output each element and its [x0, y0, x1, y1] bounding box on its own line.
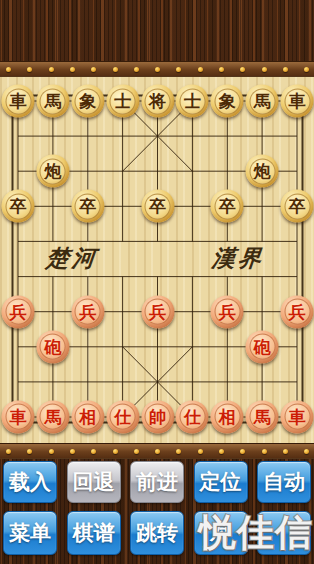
record-button[interactable]: 棋谱 — [67, 511, 121, 555]
piece-label: 砲 — [249, 334, 275, 360]
piece-r[interactable]: 車 — [281, 85, 314, 118]
gold-stud-icon — [176, 67, 181, 72]
gold-stud-icon — [304, 67, 309, 72]
gold-stud-icon — [262, 67, 267, 72]
piece-label: 車 — [5, 88, 31, 114]
piece-R[interactable]: 車 — [2, 400, 35, 433]
piece-N[interactable]: 馬 — [246, 400, 279, 433]
piece-n[interactable]: 馬 — [246, 85, 279, 118]
river-label-chu-he: 楚河 — [45, 245, 100, 271]
gold-stud-icon — [198, 67, 203, 72]
menu-button[interactable]: 菜单 — [3, 511, 57, 555]
gold-stud-icon — [113, 67, 118, 72]
river-label-han-jie: 漢界 — [211, 245, 266, 271]
piece-b[interactable]: 象 — [71, 85, 104, 118]
gold-stud-icon — [198, 449, 203, 454]
piece-P[interactable]: 兵 — [211, 295, 244, 328]
piece-B[interactable]: 相 — [71, 400, 104, 433]
gold-stud-icon — [304, 449, 309, 454]
piece-label: 兵 — [145, 299, 171, 325]
piece-label: 砲 — [40, 334, 66, 360]
piece-label: 士 — [179, 88, 205, 114]
gold-stud-icon — [6, 67, 11, 72]
piece-P[interactable]: 兵 — [141, 295, 174, 328]
piece-P[interactable]: 兵 — [281, 295, 314, 328]
watermark-text: 悦佳信 — [199, 508, 313, 558]
board-frame-bottom — [0, 443, 314, 459]
piece-label: 車 — [284, 404, 310, 430]
piece-label: 馬 — [40, 88, 66, 114]
piece-P[interactable]: 兵 — [71, 295, 104, 328]
piece-label: 車 — [284, 88, 310, 114]
gold-stud-icon — [155, 67, 160, 72]
gold-stud-icon — [27, 67, 32, 72]
piece-label: 車 — [5, 404, 31, 430]
piece-label: 象 — [214, 88, 240, 114]
piece-r[interactable]: 車 — [2, 85, 35, 118]
piece-C[interactable]: 砲 — [246, 330, 279, 363]
gold-stud-icon — [113, 449, 118, 454]
piece-label: 相 — [75, 404, 101, 430]
piece-p[interactable]: 卒 — [281, 190, 314, 223]
board-frame-top — [0, 61, 314, 77]
piece-label: 馬 — [249, 404, 275, 430]
piece-n[interactable]: 馬 — [36, 85, 69, 118]
piece-A[interactable]: 仕 — [106, 400, 139, 433]
load-button[interactable]: 载入 — [3, 461, 57, 503]
piece-K[interactable]: 帥 — [141, 400, 174, 433]
piece-label: 兵 — [75, 299, 101, 325]
piece-N[interactable]: 馬 — [36, 400, 69, 433]
toolbar-row-1: 载入回退前进定位自动 — [0, 461, 314, 503]
piece-label: 卒 — [145, 193, 171, 219]
piece-label: 仕 — [110, 404, 136, 430]
gold-stud-icon — [219, 67, 224, 72]
xiangqi-app: 楚河 漢界 車馬象士将士象馬車炮炮卒卒卒卒卒兵兵兵兵兵砲砲車馬相仕帥仕相馬車 载… — [0, 0, 314, 564]
gold-stud-icon — [134, 67, 139, 72]
piece-p[interactable]: 卒 — [141, 190, 174, 223]
gold-stud-icon — [283, 449, 288, 454]
undo-button[interactable]: 回退 — [67, 461, 121, 503]
piece-k[interactable]: 将 — [141, 85, 174, 118]
locate-button[interactable]: 定位 — [194, 461, 248, 503]
gold-stud-icon — [240, 449, 245, 454]
gold-stud-icon — [70, 67, 75, 72]
piece-label: 卒 — [75, 193, 101, 219]
jump-button[interactable]: 跳转 — [130, 511, 184, 555]
gold-stud-icon — [70, 449, 75, 454]
piece-a[interactable]: 士 — [106, 85, 139, 118]
gold-stud-icon — [176, 449, 181, 454]
gold-stud-icon — [49, 449, 54, 454]
piece-label: 兵 — [284, 299, 310, 325]
piece-label: 相 — [214, 404, 240, 430]
piece-P[interactable]: 兵 — [2, 295, 35, 328]
auto-button[interactable]: 自动 — [257, 461, 311, 503]
gold-stud-icon — [91, 67, 96, 72]
gold-stud-icon — [262, 449, 267, 454]
piece-label: 卒 — [214, 193, 240, 219]
piece-R[interactable]: 車 — [281, 400, 314, 433]
gold-stud-icon — [155, 449, 160, 454]
piece-label: 帥 — [145, 404, 171, 430]
piece-label: 象 — [75, 88, 101, 114]
piece-label: 将 — [145, 88, 171, 114]
piece-label: 兵 — [5, 299, 31, 325]
piece-label: 兵 — [214, 299, 240, 325]
piece-label: 馬 — [249, 88, 275, 114]
piece-label: 炮 — [40, 158, 66, 184]
piece-C[interactable]: 砲 — [36, 330, 69, 363]
piece-A[interactable]: 仕 — [176, 400, 209, 433]
gold-stud-icon — [283, 67, 288, 72]
piece-c[interactable]: 炮 — [36, 155, 69, 188]
piece-p[interactable]: 卒 — [211, 190, 244, 223]
gold-stud-icon — [6, 449, 11, 454]
piece-label: 仕 — [179, 404, 205, 430]
gold-stud-icon — [27, 449, 32, 454]
gold-stud-icon — [91, 449, 96, 454]
gold-stud-icon — [134, 449, 139, 454]
piece-a[interactable]: 士 — [176, 85, 209, 118]
piece-c[interactable]: 炮 — [246, 155, 279, 188]
piece-label: 炮 — [249, 158, 275, 184]
gold-stud-icon — [219, 449, 224, 454]
gold-stud-icon — [240, 67, 245, 72]
piece-label: 卒 — [5, 193, 31, 219]
piece-label: 卒 — [284, 193, 310, 219]
piece-p[interactable]: 卒 — [71, 190, 104, 223]
piece-B[interactable]: 相 — [211, 400, 244, 433]
gold-stud-icon — [49, 67, 54, 72]
piece-label: 士 — [110, 88, 136, 114]
forward-button[interactable]: 前进 — [130, 461, 184, 503]
piece-p[interactable]: 卒 — [2, 190, 35, 223]
piece-b[interactable]: 象 — [211, 85, 244, 118]
piece-label: 馬 — [40, 404, 66, 430]
